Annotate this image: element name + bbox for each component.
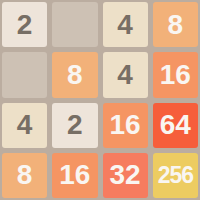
- tile-8-r1c4: 8: [153, 2, 198, 47]
- tile-16-r2c4: 16: [153, 52, 198, 97]
- tile-64-r3c4: 64: [153, 103, 198, 148]
- tile-4-r1c3: 4: [103, 2, 148, 47]
- tile-4-r3c1: 4: [2, 103, 47, 148]
- tile-256-r4c4: 256: [153, 153, 198, 198]
- empty-cell-r2c1: [2, 52, 47, 97]
- tile-32-r4c3: 32: [103, 153, 148, 198]
- tile-8-r2c2: 8: [52, 52, 97, 97]
- tile-2-r1c1: 2: [2, 2, 47, 47]
- tile-4-r2c3: 4: [103, 52, 148, 97]
- tile-16-r4c2: 16: [52, 153, 97, 198]
- tile-8-r4c1: 8: [2, 153, 47, 198]
- empty-cell-r1c2: [52, 2, 97, 47]
- tile-16-r3c3: 16: [103, 103, 148, 148]
- tile-2-r3c2: 2: [52, 103, 97, 148]
- 2048-board[interactable]: 248841642166481632256: [0, 0, 200, 200]
